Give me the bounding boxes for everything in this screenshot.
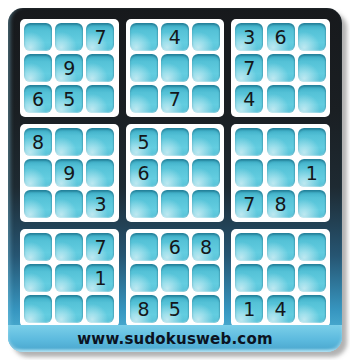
box-2: 47	[126, 19, 225, 117]
cell-r7c8[interactable]	[267, 233, 295, 261]
cell-r7c4[interactable]	[130, 233, 158, 261]
cell-r2c2[interactable]: 9	[55, 54, 83, 82]
cell-r2c3[interactable]	[86, 54, 114, 82]
cell-r9c2[interactable]	[55, 295, 83, 323]
cell-r5c8[interactable]	[267, 159, 295, 187]
cell-r2c1[interactable]	[24, 54, 52, 82]
cell-r3c1[interactable]: 6	[24, 85, 52, 113]
cell-r8c6[interactable]	[192, 264, 220, 292]
cell-r4c3[interactable]	[86, 128, 114, 156]
cell-r6c9[interactable]	[298, 190, 326, 218]
sudoku-page: 79654736748935617871688514 www.sudokuswe…	[0, 0, 350, 360]
cell-r6c8[interactable]: 8	[267, 190, 295, 218]
cell-r4c9[interactable]	[298, 128, 326, 156]
box-6: 178	[231, 124, 330, 222]
cell-r1c3[interactable]: 7	[86, 23, 114, 51]
box-9: 14	[231, 229, 330, 327]
cell-r1c2[interactable]	[55, 23, 83, 51]
cell-r1c5[interactable]: 4	[161, 23, 189, 51]
footer-banner: www.sudokusweb.com	[8, 325, 342, 352]
cell-r1c9[interactable]	[298, 23, 326, 51]
cell-r2c9[interactable]	[298, 54, 326, 82]
cell-r4c6[interactable]	[192, 128, 220, 156]
cell-r7c2[interactable]	[55, 233, 83, 261]
board-frame: 79654736748935617871688514 www.sudokuswe…	[8, 8, 342, 352]
cell-r7c5[interactable]: 6	[161, 233, 189, 261]
cell-r6c2[interactable]	[55, 190, 83, 218]
cell-r1c4[interactable]	[130, 23, 158, 51]
cell-r6c4[interactable]	[130, 190, 158, 218]
cell-r3c8[interactable]	[267, 85, 295, 113]
cell-r5c7[interactable]	[235, 159, 263, 187]
cell-r4c8[interactable]	[267, 128, 295, 156]
cell-r9c9[interactable]	[298, 295, 326, 323]
cell-r9c6[interactable]	[192, 295, 220, 323]
footer-url[interactable]: www.sudokusweb.com	[77, 330, 272, 348]
cell-r8c3[interactable]: 1	[86, 264, 114, 292]
cell-r3c6[interactable]	[192, 85, 220, 113]
cell-r8c1[interactable]	[24, 264, 52, 292]
cell-r1c7[interactable]: 3	[235, 23, 263, 51]
cell-r3c5[interactable]: 7	[161, 85, 189, 113]
cell-r3c3[interactable]	[86, 85, 114, 113]
box-8: 6885	[126, 229, 225, 327]
cell-r3c4[interactable]	[130, 85, 158, 113]
cell-r8c2[interactable]	[55, 264, 83, 292]
cell-r6c3[interactable]: 3	[86, 190, 114, 218]
cell-r7c6[interactable]: 8	[192, 233, 220, 261]
cell-r7c7[interactable]	[235, 233, 263, 261]
cell-r8c8[interactable]	[267, 264, 295, 292]
cell-r1c1[interactable]	[24, 23, 52, 51]
sudoku-grid: 79654736748935617871688514	[20, 19, 330, 327]
cell-r5c9[interactable]: 1	[298, 159, 326, 187]
cell-r8c9[interactable]	[298, 264, 326, 292]
cell-r5c5[interactable]	[161, 159, 189, 187]
cell-r5c1[interactable]	[24, 159, 52, 187]
cell-r9c1[interactable]	[24, 295, 52, 323]
cell-r8c7[interactable]	[235, 264, 263, 292]
cell-r6c7[interactable]: 7	[235, 190, 263, 218]
cell-r9c5[interactable]: 5	[161, 295, 189, 323]
box-3: 3674	[231, 19, 330, 117]
cell-r2c6[interactable]	[192, 54, 220, 82]
cell-r3c7[interactable]: 4	[235, 85, 263, 113]
cell-r1c6[interactable]	[192, 23, 220, 51]
cell-r9c4[interactable]: 8	[130, 295, 158, 323]
cell-r6c5[interactable]	[161, 190, 189, 218]
box-5: 56	[126, 124, 225, 222]
cell-r2c7[interactable]: 7	[235, 54, 263, 82]
cell-r2c8[interactable]	[267, 54, 295, 82]
cell-r4c5[interactable]	[161, 128, 189, 156]
cell-r4c2[interactable]	[55, 128, 83, 156]
box-4: 893	[20, 124, 119, 222]
cell-r2c4[interactable]	[130, 54, 158, 82]
cell-r4c1[interactable]: 8	[24, 128, 52, 156]
cell-r8c5[interactable]	[161, 264, 189, 292]
cell-r3c2[interactable]: 5	[55, 85, 83, 113]
cell-r9c7[interactable]: 1	[235, 295, 263, 323]
cell-r4c7[interactable]	[235, 128, 263, 156]
cell-r8c4[interactable]	[130, 264, 158, 292]
cell-r5c6[interactable]	[192, 159, 220, 187]
cell-r7c3[interactable]: 7	[86, 233, 114, 261]
cell-r5c3[interactable]	[86, 159, 114, 187]
box-1: 7965	[20, 19, 119, 117]
cell-r6c6[interactable]	[192, 190, 220, 218]
cell-r7c9[interactable]	[298, 233, 326, 261]
box-7: 71	[20, 229, 119, 327]
cell-r3c9[interactable]	[298, 85, 326, 113]
cell-r7c1[interactable]	[24, 233, 52, 261]
cell-r5c4[interactable]: 6	[130, 159, 158, 187]
cell-r1c8[interactable]: 6	[267, 23, 295, 51]
cell-r9c8[interactable]: 4	[267, 295, 295, 323]
cell-r4c4[interactable]: 5	[130, 128, 158, 156]
cell-r6c1[interactable]	[24, 190, 52, 218]
cell-r9c3[interactable]	[86, 295, 114, 323]
cell-r5c2[interactable]: 9	[55, 159, 83, 187]
cell-r2c5[interactable]	[161, 54, 189, 82]
